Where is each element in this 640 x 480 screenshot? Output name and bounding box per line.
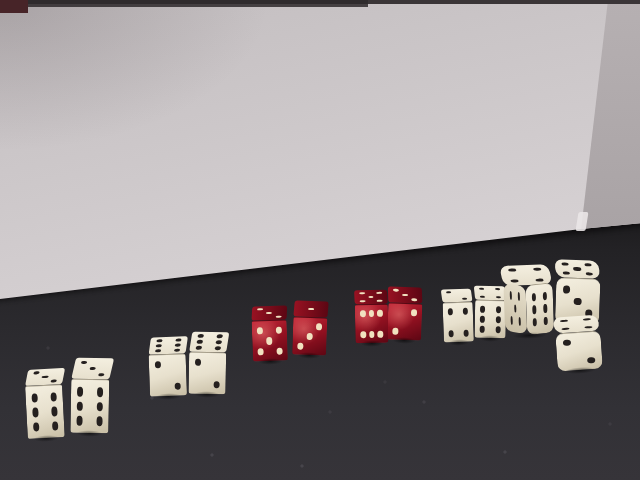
pip: [257, 327, 263, 334]
pip: [377, 331, 383, 338]
pip: [215, 340, 222, 344]
pip: [543, 304, 547, 313]
die-ivory-small-4: [188, 332, 226, 395]
pip: [369, 331, 375, 338]
pip: [448, 330, 453, 337]
pip: [77, 401, 84, 411]
pip: [175, 382, 182, 389]
pip: [96, 417, 103, 427]
die-top-face: [554, 259, 601, 279]
pip: [480, 316, 485, 323]
pip: [307, 333, 313, 340]
die-front-face: [292, 316, 327, 355]
pip: [462, 298, 467, 300]
pip: [496, 316, 501, 323]
pip: [297, 343, 303, 350]
pip: [360, 300, 366, 303]
die-top-face: [252, 305, 288, 320]
pip: [377, 310, 383, 317]
pip: [31, 393, 38, 403]
pip: [215, 346, 222, 350]
die-ivory-small-6: [475, 286, 507, 339]
die-front-face: [188, 352, 226, 395]
pip: [507, 268, 516, 272]
pip: [411, 298, 417, 301]
pip: [197, 334, 204, 338]
pip: [584, 263, 592, 266]
die-top-face: [293, 300, 328, 317]
pip: [393, 328, 399, 334]
die-red-3: [355, 290, 389, 344]
pip: [574, 297, 582, 305]
pip: [51, 406, 58, 416]
pip: [377, 299, 383, 302]
pip: [214, 381, 220, 388]
pip: [77, 386, 84, 396]
pip: [479, 326, 484, 333]
pip: [544, 317, 548, 326]
pip: [196, 340, 203, 344]
pip: [156, 339, 163, 342]
pip: [33, 422, 40, 432]
dice-photo: [0, 0, 640, 480]
pip: [308, 307, 314, 310]
pip: [535, 278, 544, 282]
pip: [175, 339, 182, 342]
pip: [517, 292, 520, 301]
pip: [411, 310, 417, 316]
die-front-face: [555, 330, 603, 371]
pip: [496, 296, 502, 299]
pip: [275, 315, 281, 318]
die-red-1: [251, 305, 288, 361]
die-front-face: [25, 384, 65, 439]
die-top-face: [474, 286, 506, 301]
pip: [480, 295, 486, 298]
pip: [496, 306, 501, 313]
pip: [275, 326, 281, 333]
die-ivory-small-2: [70, 358, 109, 434]
pip: [561, 262, 569, 265]
pip: [195, 346, 202, 350]
pip: [316, 324, 322, 331]
pip: [496, 326, 501, 333]
die-front-face: [525, 282, 554, 335]
pip: [216, 335, 223, 339]
die-top-face: [441, 289, 473, 303]
pip: [32, 408, 39, 418]
pip: [393, 289, 399, 292]
pip: [543, 291, 547, 300]
die-front-face: [252, 319, 288, 361]
pip: [480, 306, 485, 313]
pip: [447, 308, 452, 315]
pip: [369, 310, 375, 317]
pip: [174, 343, 181, 346]
pip: [76, 416, 83, 426]
pip: [97, 387, 104, 397]
pip: [50, 392, 57, 402]
pip: [573, 267, 581, 270]
die-top-face: [388, 286, 423, 303]
die-front-face: [149, 353, 187, 396]
pip: [258, 348, 264, 355]
pip: [585, 272, 593, 275]
pip: [360, 310, 366, 317]
pip: [533, 318, 537, 327]
pip: [463, 308, 468, 315]
pip: [510, 279, 519, 283]
pip: [562, 272, 570, 275]
pip: [276, 348, 282, 355]
pip: [89, 367, 96, 371]
pip: [561, 327, 569, 330]
die-top-face: [149, 336, 188, 354]
die-ivory-large-1: [503, 264, 554, 336]
die-ivory-small-5: [442, 288, 474, 342]
pip: [402, 293, 408, 296]
die-front-face: [443, 301, 474, 342]
pip: [533, 267, 542, 271]
pip: [532, 293, 536, 302]
pip: [195, 359, 201, 366]
die-top-face: [189, 332, 229, 353]
pip: [155, 344, 162, 347]
pip: [464, 329, 469, 336]
die-top-face: [354, 290, 388, 305]
die-front-face: [355, 304, 389, 344]
top-left-dark-block: [0, 0, 28, 13]
pip: [155, 349, 162, 352]
pip: [267, 337, 273, 344]
pip: [50, 379, 57, 382]
die-top-face: [71, 358, 114, 380]
pip: [155, 361, 162, 368]
die-ivory-small-3: [148, 336, 187, 396]
die-red-4: [387, 286, 423, 340]
die-front-face: [387, 302, 422, 340]
pip: [585, 326, 593, 329]
die-ivory-small-1: [24, 368, 65, 439]
pip: [174, 348, 181, 351]
pip: [360, 331, 366, 338]
die-left-face: [503, 283, 527, 334]
pip: [563, 340, 571, 346]
top-edge-strip-left: [0, 0, 368, 7]
die-front-face: [70, 379, 109, 434]
pip: [587, 356, 595, 362]
pip: [532, 305, 536, 314]
pip: [80, 360, 87, 364]
pip: [97, 373, 104, 377]
die-red-2: [292, 300, 328, 355]
pip: [52, 421, 59, 431]
pip: [518, 317, 521, 326]
die-ivory-medium-1: [554, 314, 603, 371]
pip: [96, 402, 103, 412]
die-front-face: [475, 300, 507, 339]
pip: [563, 285, 571, 293]
